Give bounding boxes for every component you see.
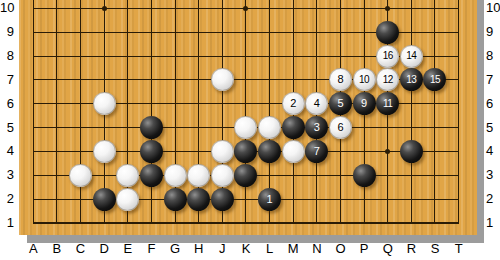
stone-white-C3 (69, 164, 92, 187)
point-A8[interactable] (22, 44, 46, 68)
point-D5[interactable] (92, 116, 116, 140)
point-S9[interactable] (423, 20, 447, 44)
stone-white-Q7-move-12: 12 (376, 68, 399, 91)
point-G10[interactable] (163, 0, 187, 20)
point-P9[interactable] (352, 20, 376, 44)
point-F3[interactable] (140, 163, 164, 187)
point-L3[interactable] (258, 163, 282, 187)
point-H3[interactable] (187, 163, 211, 187)
row-label-right-5: 5 (486, 119, 500, 137)
point-A5[interactable] (22, 116, 46, 140)
point-E7[interactable] (116, 68, 140, 92)
row-label-left-5: 5 (0, 119, 14, 137)
point-S6[interactable] (423, 92, 447, 116)
stone-black-F3 (140, 164, 163, 187)
point-B7[interactable] (45, 68, 69, 92)
point-J3[interactable] (211, 163, 235, 187)
point-M10[interactable] (281, 0, 305, 20)
point-L4[interactable] (258, 140, 282, 164)
point-G8[interactable] (163, 44, 187, 68)
point-M7[interactable] (281, 68, 305, 92)
point-P5[interactable] (352, 116, 376, 140)
point-B4[interactable] (45, 140, 69, 164)
point-S2[interactable] (423, 187, 447, 211)
point-F2[interactable] (140, 187, 164, 211)
point-C8[interactable] (69, 44, 93, 68)
point-J8[interactable] (211, 44, 235, 68)
point-A6[interactable] (22, 92, 46, 116)
point-E2[interactable] (116, 187, 140, 211)
point-D9[interactable] (92, 20, 116, 44)
point-M4[interactable] (281, 140, 305, 164)
point-E9[interactable] (116, 20, 140, 44)
row-label-left-8: 8 (0, 47, 14, 65)
point-F6[interactable] (140, 92, 164, 116)
point-T8[interactable] (447, 44, 471, 68)
point-J1[interactable] (211, 211, 235, 235)
point-E1[interactable] (116, 211, 140, 235)
point-H2[interactable] (187, 187, 211, 211)
point-K3[interactable] (234, 163, 258, 187)
stone-black-H2 (187, 188, 210, 211)
point-D3[interactable] (92, 163, 116, 187)
row-label-right-7: 7 (486, 71, 500, 89)
point-M5[interactable] (281, 116, 305, 140)
point-C10[interactable] (69, 0, 93, 20)
row-label-right-10: 10 (486, 0, 500, 17)
stone-white-K5 (234, 116, 257, 139)
point-J2[interactable] (211, 187, 235, 211)
stone-white-O5-move-6: 6 (329, 116, 352, 139)
point-D6[interactable] (92, 92, 116, 116)
stone-black-N4-move-7: 7 (305, 140, 328, 163)
point-Q6[interactable]: 11 (376, 92, 400, 116)
point-O1[interactable] (329, 211, 353, 235)
point-F5[interactable] (140, 116, 164, 140)
point-Q10[interactable] (376, 0, 400, 20)
stone-white-G3 (164, 164, 187, 187)
point-T7[interactable] (447, 68, 471, 92)
stone-white-O7-move-8: 8 (329, 68, 352, 91)
point-Q2[interactable] (376, 187, 400, 211)
point-K6[interactable] (234, 92, 258, 116)
stone-black-J2 (211, 188, 234, 211)
point-K2[interactable] (234, 187, 258, 211)
point-B3[interactable] (45, 163, 69, 187)
point-D1[interactable] (92, 211, 116, 235)
point-T4[interactable] (447, 140, 471, 164)
point-G4[interactable] (163, 140, 187, 164)
point-S8[interactable] (423, 44, 447, 68)
column-label-S: S (425, 241, 446, 257)
point-F1[interactable] (140, 211, 164, 235)
point-R8[interactable]: 14 (400, 44, 424, 68)
point-P2[interactable] (352, 187, 376, 211)
point-P10[interactable] (352, 0, 376, 20)
column-label-E: E (117, 241, 138, 257)
point-Q5[interactable] (376, 116, 400, 140)
point-N6[interactable]: 4 (305, 92, 329, 116)
stone-black-Q6-move-11: 11 (376, 92, 399, 115)
point-H4[interactable] (187, 140, 211, 164)
point-B6[interactable] (45, 92, 69, 116)
stone-black-S7-move-15: 15 (423, 68, 446, 91)
point-R5[interactable] (400, 116, 424, 140)
stone-black-N5-move-3: 3 (305, 116, 328, 139)
stone-white-M4 (282, 140, 305, 163)
point-N2[interactable] (305, 187, 329, 211)
point-O8[interactable] (329, 44, 353, 68)
point-F7[interactable] (140, 68, 164, 92)
point-K5[interactable] (234, 116, 258, 140)
point-S1[interactable] (423, 211, 447, 235)
point-N10[interactable] (305, 0, 329, 20)
row-label-left-10: 10 (0, 0, 14, 17)
stone-white-D6 (93, 92, 116, 115)
row-label-right-4: 4 (486, 142, 500, 160)
star-point-K10 (243, 6, 248, 11)
point-L6[interactable] (258, 92, 282, 116)
point-R4[interactable] (400, 140, 424, 164)
stone-white-J7 (211, 68, 234, 91)
stone-white-J4 (211, 140, 234, 163)
point-G3[interactable] (163, 163, 187, 187)
point-E6[interactable] (116, 92, 140, 116)
point-J4[interactable] (211, 140, 235, 164)
point-F9[interactable] (140, 20, 164, 44)
stone-black-F4 (140, 140, 163, 163)
column-label-P: P (354, 241, 375, 257)
column-label-R: R (401, 241, 422, 257)
column-label-Q: Q (377, 241, 398, 257)
point-P4[interactable] (352, 140, 376, 164)
point-T10[interactable] (447, 0, 471, 20)
point-B8[interactable] (45, 44, 69, 68)
point-N4[interactable]: 7 (305, 140, 329, 164)
point-Q7[interactable]: 12 (376, 68, 400, 92)
point-O10[interactable] (329, 0, 353, 20)
row-label-left-1: 1 (0, 214, 14, 232)
point-D4[interactable] (92, 140, 116, 164)
stone-black-R4 (400, 140, 423, 163)
point-T1[interactable] (447, 211, 471, 235)
point-H9[interactable] (187, 20, 211, 44)
column-label-M: M (283, 241, 304, 257)
point-H8[interactable] (187, 44, 211, 68)
point-T9[interactable] (447, 20, 471, 44)
point-G2[interactable] (163, 187, 187, 211)
board-grid: 16148101213152459113671 (22, 0, 471, 235)
point-N3[interactable] (305, 163, 329, 187)
point-A7[interactable] (22, 68, 46, 92)
column-label-A: A (23, 241, 44, 257)
point-O5[interactable]: 6 (329, 116, 353, 140)
point-C7[interactable] (69, 68, 93, 92)
point-T6[interactable] (447, 92, 471, 116)
point-Q3[interactable] (376, 163, 400, 187)
point-C9[interactable] (69, 20, 93, 44)
stone-black-L4 (258, 140, 281, 163)
point-B5[interactable] (45, 116, 69, 140)
stone-white-Q8-move-16: 16 (376, 45, 399, 68)
point-Q1[interactable] (376, 211, 400, 235)
point-T5[interactable] (447, 116, 471, 140)
column-label-C: C (70, 241, 91, 257)
row-label-right-8: 8 (486, 47, 500, 65)
stone-white-M6-move-2: 2 (282, 92, 305, 115)
point-D7[interactable] (92, 68, 116, 92)
point-C4[interactable] (69, 140, 93, 164)
point-N5[interactable]: 3 (305, 116, 329, 140)
stone-black-O6-move-5: 5 (329, 92, 352, 115)
point-M9[interactable] (281, 20, 305, 44)
star-point-D10 (102, 6, 107, 11)
go-diagram: 16148101213152459113671 10987654321 1098… (0, 0, 500, 260)
row-label-right-6: 6 (486, 95, 500, 113)
point-C1[interactable] (69, 211, 93, 235)
point-R9[interactable] (400, 20, 424, 44)
point-R10[interactable] (400, 0, 424, 20)
point-K9[interactable] (234, 20, 258, 44)
point-K1[interactable] (234, 211, 258, 235)
point-K10[interactable] (234, 0, 258, 20)
point-C3[interactable] (69, 163, 93, 187)
column-label-K: K (235, 241, 256, 257)
row-label-left-2: 2 (0, 190, 14, 208)
point-P8[interactable] (352, 44, 376, 68)
point-S5[interactable] (423, 116, 447, 140)
point-S10[interactable] (423, 0, 447, 20)
point-T3[interactable] (447, 163, 471, 187)
point-A2[interactable] (22, 187, 46, 211)
point-A4[interactable] (22, 140, 46, 164)
point-Q9[interactable] (376, 20, 400, 44)
column-label-H: H (188, 241, 209, 257)
point-A3[interactable] (22, 163, 46, 187)
point-C6[interactable] (69, 92, 93, 116)
point-O4[interactable] (329, 140, 353, 164)
point-G9[interactable] (163, 20, 187, 44)
point-B10[interactable] (45, 0, 69, 20)
column-label-N: N (306, 241, 327, 257)
point-L9[interactable] (258, 20, 282, 44)
column-label-T: T (448, 241, 469, 257)
stone-white-D4 (93, 140, 116, 163)
point-R2[interactable] (400, 187, 424, 211)
point-J7[interactable] (211, 68, 235, 92)
point-M3[interactable] (281, 163, 305, 187)
point-N1[interactable] (305, 211, 329, 235)
row-label-left-7: 7 (0, 71, 14, 89)
stone-black-K4 (234, 140, 257, 163)
point-G6[interactable] (163, 92, 187, 116)
point-A9[interactable] (22, 20, 46, 44)
point-O3[interactable] (329, 163, 353, 187)
stone-black-D2 (93, 188, 116, 211)
point-P7[interactable]: 10 (352, 68, 376, 92)
point-N7[interactable] (305, 68, 329, 92)
point-C2[interactable] (69, 187, 93, 211)
point-L8[interactable] (258, 44, 282, 68)
column-label-J: J (212, 241, 233, 257)
point-O9[interactable] (329, 20, 353, 44)
point-J5[interactable] (211, 116, 235, 140)
point-P1[interactable] (352, 211, 376, 235)
row-label-left-9: 9 (0, 23, 14, 41)
point-E10[interactable] (116, 0, 140, 20)
point-E5[interactable] (116, 116, 140, 140)
column-label-O: O (330, 241, 351, 257)
point-E4[interactable] (116, 140, 140, 164)
point-F4[interactable] (140, 140, 164, 164)
point-T2[interactable] (447, 187, 471, 211)
stone-black-K3 (234, 164, 257, 187)
point-H6[interactable] (187, 92, 211, 116)
point-F8[interactable] (140, 44, 164, 68)
point-A1[interactable] (22, 211, 46, 235)
point-R6[interactable] (400, 92, 424, 116)
point-J9[interactable] (211, 20, 235, 44)
point-S4[interactable] (423, 140, 447, 164)
point-L10[interactable] (258, 0, 282, 20)
point-K4[interactable] (234, 140, 258, 164)
point-K8[interactable] (234, 44, 258, 68)
point-A10[interactable] (22, 0, 46, 20)
point-G5[interactable] (163, 116, 187, 140)
board-shadow-right (477, 0, 484, 243)
point-M2[interactable] (281, 187, 305, 211)
point-S3[interactable] (423, 163, 447, 187)
point-N9[interactable] (305, 20, 329, 44)
point-K7[interactable] (234, 68, 258, 92)
point-P6[interactable]: 9 (352, 92, 376, 116)
stone-black-G2 (164, 188, 187, 211)
point-H10[interactable] (187, 0, 211, 20)
point-M8[interactable] (281, 44, 305, 68)
point-C5[interactable] (69, 116, 93, 140)
stone-black-Q9 (376, 21, 399, 44)
row-label-left-4: 4 (0, 142, 14, 160)
stone-white-E3 (116, 164, 139, 187)
go-board: 16148101213152459113671 (19, 0, 477, 235)
point-L7[interactable] (258, 68, 282, 92)
row-label-right-9: 9 (486, 23, 500, 41)
point-H5[interactable] (187, 116, 211, 140)
stone-white-N6-move-4: 4 (305, 92, 328, 115)
point-H1[interactable] (187, 211, 211, 235)
point-O2[interactable] (329, 187, 353, 211)
point-H7[interactable] (187, 68, 211, 92)
point-R7[interactable]: 13 (400, 68, 424, 92)
point-J10[interactable] (211, 0, 235, 20)
row-label-right-3: 3 (486, 166, 500, 184)
column-label-F: F (141, 241, 162, 257)
stone-white-E2 (116, 188, 139, 211)
row-label-right-2: 2 (486, 190, 500, 208)
point-G7[interactable] (163, 68, 187, 92)
column-label-D: D (94, 241, 115, 257)
point-R3[interactable] (400, 163, 424, 187)
row-label-left-3: 3 (0, 166, 14, 184)
stone-white-P7-move-10: 10 (353, 68, 376, 91)
row-label-left-6: 6 (0, 95, 14, 113)
point-E3[interactable] (116, 163, 140, 187)
point-M1[interactable] (281, 211, 305, 235)
point-E8[interactable] (116, 44, 140, 68)
point-F10[interactable] (140, 0, 164, 20)
stone-black-M5 (282, 116, 305, 139)
point-J6[interactable] (211, 92, 235, 116)
stone-black-F5 (140, 116, 163, 139)
point-Q8[interactable]: 16 (376, 44, 400, 68)
point-P3[interactable] (352, 163, 376, 187)
point-N8[interactable] (305, 44, 329, 68)
star-point-Q10 (385, 6, 390, 11)
stone-black-L2-move-1: 1 (258, 188, 281, 211)
point-O6[interactable]: 5 (329, 92, 353, 116)
point-S7[interactable]: 15 (423, 68, 447, 92)
point-D10[interactable] (92, 0, 116, 20)
point-L5[interactable] (258, 116, 282, 140)
point-M6[interactable]: 2 (281, 92, 305, 116)
point-Q4[interactable] (376, 140, 400, 164)
point-B1[interactable] (45, 211, 69, 235)
star-point-Q4 (385, 149, 390, 154)
point-L2[interactable]: 1 (258, 187, 282, 211)
row-label-right-1: 1 (486, 214, 500, 232)
point-O7[interactable]: 8 (329, 68, 353, 92)
point-G1[interactable] (163, 211, 187, 235)
point-L1[interactable] (258, 211, 282, 235)
column-label-L: L (259, 241, 280, 257)
stone-white-J3 (211, 164, 234, 187)
column-label-B: B (46, 241, 67, 257)
point-D2[interactable] (92, 187, 116, 211)
stone-white-L5 (258, 116, 281, 139)
point-B2[interactable] (45, 187, 69, 211)
stone-white-R8-move-14: 14 (400, 45, 423, 68)
point-R1[interactable] (400, 211, 424, 235)
stone-black-P3 (353, 164, 376, 187)
column-label-G: G (165, 241, 186, 257)
stone-black-P6-move-9: 9 (353, 92, 376, 115)
stone-black-R7-move-13: 13 (400, 68, 423, 91)
stone-white-H3 (187, 164, 210, 187)
point-D8[interactable] (92, 44, 116, 68)
point-B9[interactable] (45, 20, 69, 44)
